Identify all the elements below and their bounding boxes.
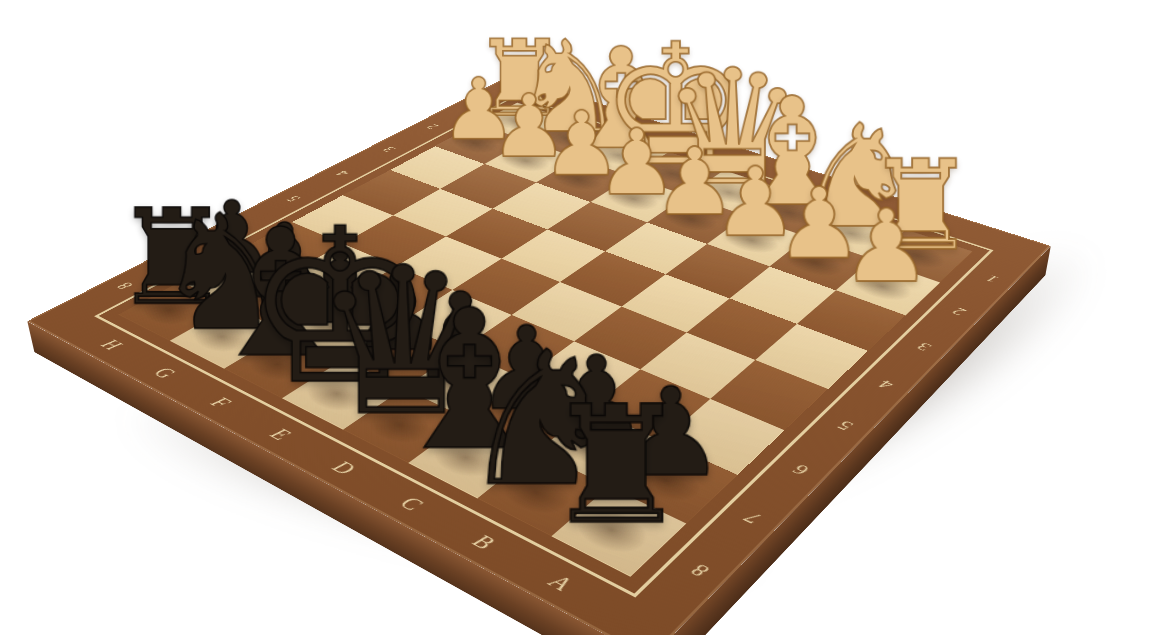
product-photo-stage: 12345678 12345678 HGFEDCBA ♜♞♝♚♛♝♞♜♟♟♟♟♟… [0,0,1174,635]
chess-board-3d: 12345678 12345678 HGFEDCBA ♜♞♝♚♛♝♞♜♟♟♟♟♟… [27,75,1050,635]
black-rook-glyph: ♜ [543,384,689,547]
rank-label-4: 4 [859,370,912,398]
rank-label-2: 2 [934,299,984,323]
white-pawn-glyph: ♟ [841,196,931,297]
piece-black-rook[interactable]: ♜ [476,384,756,547]
chess-board: 12345678 12345678 HGFEDCBA ♜♞♝♚♛♝♞♜♟♟♟♟♟… [27,75,1050,635]
rank-label-3: 3 [898,334,950,360]
playing-field: ♜♞♝♚♛♝♞♜♟♟♟♟♟♟♟♟♟♟♟♟♟♟♟♟♜♞♝♚♛♝♞♜ [118,103,972,577]
scene: 12345678 12345678 HGFEDCBA ♜♞♝♚♛♝♞♜♟♟♟♟♟… [0,0,1174,635]
rank-label-5: 5 [817,410,872,440]
piece-white-pawn[interactable]: ♟ [776,196,997,297]
